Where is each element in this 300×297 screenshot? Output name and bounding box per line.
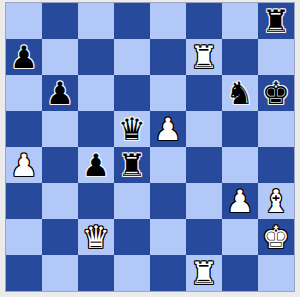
square-f5[interactable] bbox=[186, 111, 222, 147]
piece-white-pawn[interactable]: ♟ bbox=[226, 183, 254, 219]
square-a6[interactable] bbox=[6, 75, 42, 111]
square-h1[interactable] bbox=[258, 255, 294, 291]
square-f7[interactable]: ♜ bbox=[186, 39, 222, 75]
square-b5[interactable] bbox=[42, 111, 78, 147]
square-f1[interactable]: ♜ bbox=[186, 255, 222, 291]
square-b4[interactable] bbox=[42, 147, 78, 183]
square-e8[interactable] bbox=[150, 3, 186, 39]
square-b7[interactable] bbox=[42, 39, 78, 75]
piece-white-rook[interactable]: ♜ bbox=[190, 39, 218, 75]
square-e4[interactable] bbox=[150, 147, 186, 183]
square-b8[interactable] bbox=[42, 3, 78, 39]
square-g1[interactable] bbox=[222, 255, 258, 291]
square-a8[interactable] bbox=[6, 3, 42, 39]
square-b2[interactable] bbox=[42, 219, 78, 255]
square-d4[interactable]: ♜ bbox=[114, 147, 150, 183]
square-d2[interactable] bbox=[114, 219, 150, 255]
square-c3[interactable] bbox=[78, 183, 114, 219]
square-c5[interactable] bbox=[78, 111, 114, 147]
piece-black-queen[interactable]: ♛ bbox=[118, 111, 146, 147]
square-a2[interactable] bbox=[6, 219, 42, 255]
piece-white-pawn[interactable]: ♟ bbox=[154, 111, 182, 147]
square-c7[interactable] bbox=[78, 39, 114, 75]
square-a1[interactable] bbox=[6, 255, 42, 291]
square-e5[interactable]: ♟ bbox=[150, 111, 186, 147]
square-f3[interactable] bbox=[186, 183, 222, 219]
square-d8[interactable] bbox=[114, 3, 150, 39]
square-f6[interactable] bbox=[186, 75, 222, 111]
square-e7[interactable] bbox=[150, 39, 186, 75]
piece-black-rook[interactable]: ♜ bbox=[262, 3, 290, 39]
square-e6[interactable] bbox=[150, 75, 186, 111]
square-b3[interactable] bbox=[42, 183, 78, 219]
piece-black-king[interactable]: ♚ bbox=[262, 75, 290, 111]
piece-black-pawn[interactable]: ♟ bbox=[82, 147, 110, 183]
square-c6[interactable] bbox=[78, 75, 114, 111]
square-d1[interactable] bbox=[114, 255, 150, 291]
square-c2[interactable]: ♛ bbox=[78, 219, 114, 255]
square-g7[interactable] bbox=[222, 39, 258, 75]
piece-white-rook[interactable]: ♜ bbox=[190, 255, 218, 291]
square-b1[interactable] bbox=[42, 255, 78, 291]
square-d6[interactable] bbox=[114, 75, 150, 111]
square-b6[interactable]: ♟ bbox=[42, 75, 78, 111]
piece-black-pawn[interactable]: ♟ bbox=[10, 39, 38, 75]
square-c4[interactable]: ♟ bbox=[78, 147, 114, 183]
square-e2[interactable] bbox=[150, 219, 186, 255]
square-c1[interactable] bbox=[78, 255, 114, 291]
square-g4[interactable] bbox=[222, 147, 258, 183]
piece-black-knight[interactable]: ♞ bbox=[226, 75, 254, 111]
square-h2[interactable]: ♚ bbox=[258, 219, 294, 255]
square-g8[interactable] bbox=[222, 3, 258, 39]
square-a3[interactable] bbox=[6, 183, 42, 219]
piece-white-king[interactable]: ♚ bbox=[262, 219, 290, 255]
square-d7[interactable] bbox=[114, 39, 150, 75]
square-g2[interactable] bbox=[222, 219, 258, 255]
square-a5[interactable] bbox=[6, 111, 42, 147]
square-e3[interactable] bbox=[150, 183, 186, 219]
square-f4[interactable] bbox=[186, 147, 222, 183]
square-h5[interactable] bbox=[258, 111, 294, 147]
square-h6[interactable]: ♚ bbox=[258, 75, 294, 111]
square-d5[interactable]: ♛ bbox=[114, 111, 150, 147]
square-h8[interactable]: ♜ bbox=[258, 3, 294, 39]
square-g3[interactable]: ♟ bbox=[222, 183, 258, 219]
piece-white-queen[interactable]: ♛ bbox=[82, 219, 110, 255]
board-grid: ♜♟♜♟♞♚♛♟♟♟♜♟♝♛♚♜ bbox=[6, 3, 294, 291]
square-g6[interactable]: ♞ bbox=[222, 75, 258, 111]
square-f2[interactable] bbox=[186, 219, 222, 255]
square-g5[interactable] bbox=[222, 111, 258, 147]
square-a4[interactable]: ♟ bbox=[6, 147, 42, 183]
piece-white-bishop[interactable]: ♝ bbox=[262, 183, 290, 219]
piece-white-pawn[interactable]: ♟ bbox=[10, 147, 38, 183]
square-c8[interactable] bbox=[78, 3, 114, 39]
square-e1[interactable] bbox=[150, 255, 186, 291]
square-f8[interactable] bbox=[186, 3, 222, 39]
piece-black-rook[interactable]: ♜ bbox=[118, 147, 146, 183]
square-h4[interactable] bbox=[258, 147, 294, 183]
chess-board: ♜♟♜♟♞♚♛♟♟♟♜♟♝♛♚♜ bbox=[6, 3, 294, 291]
piece-black-pawn[interactable]: ♟ bbox=[46, 75, 74, 111]
square-d3[interactable] bbox=[114, 183, 150, 219]
square-a7[interactable]: ♟ bbox=[6, 39, 42, 75]
square-h3[interactable]: ♝ bbox=[258, 183, 294, 219]
square-h7[interactable] bbox=[258, 39, 294, 75]
